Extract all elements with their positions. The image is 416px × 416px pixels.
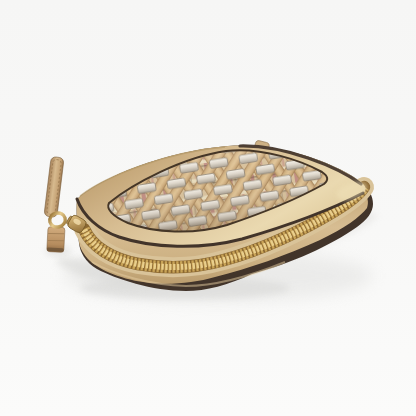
zipper-pull-strap xyxy=(44,156,64,217)
wallet-product-image xyxy=(0,0,416,416)
strap-fold-tab xyxy=(47,227,65,253)
product-photo-canvas xyxy=(0,0,416,416)
